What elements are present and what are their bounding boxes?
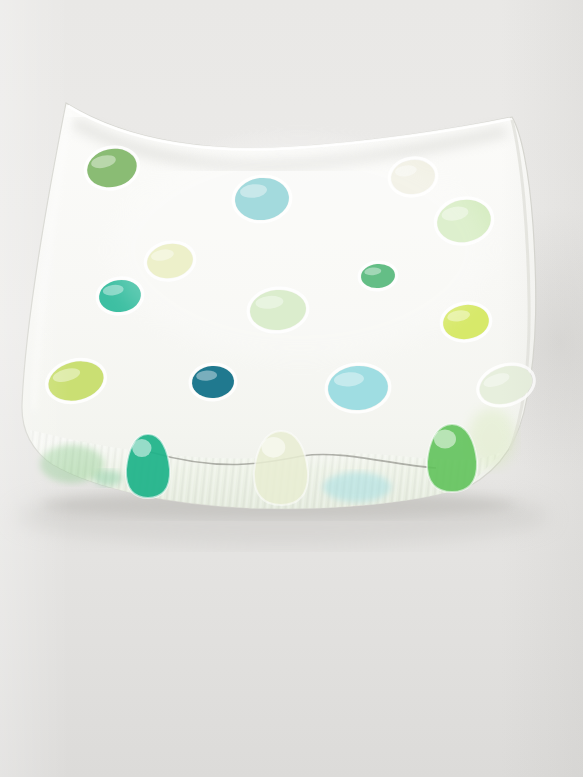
clear-drip [254,431,308,505]
emerald-drip [126,434,170,498]
clear-drip-gloss [262,437,286,458]
photo-stage [0,0,583,777]
bottom-left-green-speckle [94,470,122,486]
grass-green-drip [427,424,477,492]
edge-aqua-tint [323,472,391,502]
emerald-drip-gloss [132,439,151,457]
glass-dish-photo [0,0,583,777]
grass-green-drip-gloss [434,429,456,448]
interior-sheen [110,140,490,360]
